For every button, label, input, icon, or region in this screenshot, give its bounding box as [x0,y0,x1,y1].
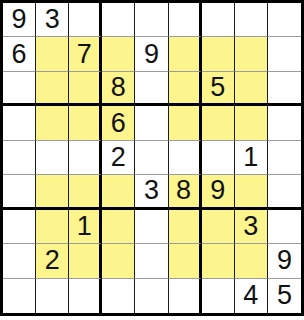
cell-r9c2[interactable] [36,279,69,313]
cell-r1c8[interactable] [235,3,268,37]
cell-r5c4[interactable]: 2 [102,141,135,175]
cell-r6c8[interactable] [235,175,268,209]
cell-r3c5[interactable] [135,72,168,106]
cell-r6c7[interactable]: 9 [202,175,235,209]
cell-r4c5[interactable] [135,106,168,140]
cell-r5c1[interactable] [3,141,36,175]
cell-r7c7[interactable] [202,210,235,244]
cell-r8c5[interactable] [135,244,168,278]
cell-r2c1[interactable]: 6 [3,37,36,71]
cell-r9c3[interactable] [69,279,102,313]
cell-r9c1[interactable] [3,279,36,313]
cell-r2c2[interactable] [36,37,69,71]
cell-r6c6[interactable]: 8 [169,175,202,209]
cell-r1c2[interactable]: 3 [36,3,69,37]
cell-r3c4[interactable]: 8 [102,72,135,106]
cell-r2c5[interactable]: 9 [135,37,168,71]
cell-r5c3[interactable] [69,141,102,175]
cell-r3c6[interactable] [169,72,202,106]
cell-r7c8[interactable]: 3 [235,210,268,244]
cell-r6c5[interactable]: 3 [135,175,168,209]
cell-r8c3[interactable] [69,244,102,278]
cell-r1c9[interactable] [268,3,301,37]
cell-r4c4[interactable]: 6 [102,106,135,140]
cell-r7c9[interactable] [268,210,301,244]
cell-r3c9[interactable] [268,72,301,106]
cell-r7c6[interactable] [169,210,202,244]
cell-r2c3[interactable]: 7 [69,37,102,71]
cell-r6c1[interactable] [3,175,36,209]
cell-r9c8[interactable]: 4 [235,279,268,313]
cell-r5c2[interactable] [36,141,69,175]
cell-r5c9[interactable] [268,141,301,175]
cell-r8c6[interactable] [169,244,202,278]
cell-r8c2[interactable]: 2 [36,244,69,278]
cell-r4c7[interactable] [202,106,235,140]
cell-r8c7[interactable] [202,244,235,278]
cell-r1c6[interactable] [169,3,202,37]
cell-r7c4[interactable] [102,210,135,244]
cell-r2c9[interactable] [268,37,301,71]
cell-r5c7[interactable] [202,141,235,175]
cell-r8c9[interactable]: 9 [268,244,301,278]
cell-r9c5[interactable] [135,279,168,313]
cell-r1c4[interactable] [102,3,135,37]
cell-r8c4[interactable] [102,244,135,278]
cell-r2c6[interactable] [169,37,202,71]
cell-r7c2[interactable] [36,210,69,244]
cell-r2c7[interactable] [202,37,235,71]
cell-r9c9[interactable]: 5 [268,279,301,313]
cell-r4c2[interactable] [36,106,69,140]
cell-r5c5[interactable] [135,141,168,175]
sudoku-board: 9367985621389132945 [0,0,304,316]
cell-r5c8[interactable]: 1 [235,141,268,175]
cell-r3c8[interactable] [235,72,268,106]
cell-r3c7[interactable]: 5 [202,72,235,106]
cell-r4c6[interactable] [169,106,202,140]
cell-r1c3[interactable] [69,3,102,37]
cell-r6c3[interactable] [69,175,102,209]
cell-r7c1[interactable] [3,210,36,244]
cell-r2c8[interactable] [235,37,268,71]
cell-r3c3[interactable] [69,72,102,106]
cell-r3c1[interactable] [3,72,36,106]
cell-r7c5[interactable] [135,210,168,244]
cell-r3c2[interactable] [36,72,69,106]
cell-r4c1[interactable] [3,106,36,140]
cell-r9c6[interactable] [169,279,202,313]
cell-r4c3[interactable] [69,106,102,140]
cell-r1c7[interactable] [202,3,235,37]
cell-r7c3[interactable]: 1 [69,210,102,244]
cell-r9c4[interactable] [102,279,135,313]
cell-r6c9[interactable] [268,175,301,209]
cell-r8c1[interactable] [3,244,36,278]
cell-r5c6[interactable] [169,141,202,175]
cell-r6c2[interactable] [36,175,69,209]
cell-r2c4[interactable] [102,37,135,71]
cell-r9c7[interactable] [202,279,235,313]
cell-r4c8[interactable] [235,106,268,140]
cell-r4c9[interactable] [268,106,301,140]
cell-r1c5[interactable] [135,3,168,37]
cell-r6c4[interactable] [102,175,135,209]
cell-r8c8[interactable] [235,244,268,278]
cell-r1c1[interactable]: 9 [3,3,36,37]
